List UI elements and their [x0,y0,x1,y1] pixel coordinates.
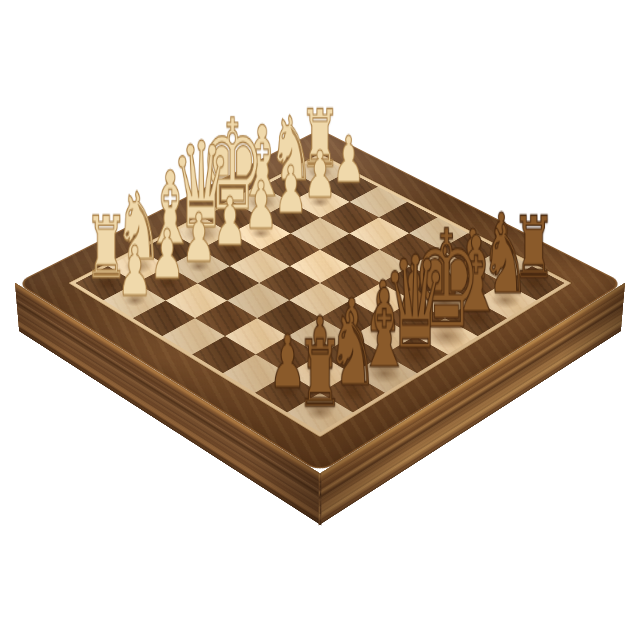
chess-box: ♜♟♞♟♝♟♚♟♛♟♝♟♟♞♜♟♟♜♞♟♟♝♟♚♟♛♟♝♟♞♟♜ [16,129,624,473]
board-top-face: ♜♟♞♟♝♟♚♟♛♟♝♟♟♞♜♟♟♜♞♟♟♝♟♚♟♛♟♝♟♞♟♜ [16,129,624,473]
white-pawn-a2[interactable]: ♟ [117,236,152,305]
black-rook-a8[interactable]: ♜ [297,328,344,420]
white-pawn-b2[interactable]: ♟ [150,220,184,288]
scene: ♜♟♞♟♝♟♚♟♛♟♝♟♟♞♜♟♟♜♞♟♟♝♟♚♟♛♟♝♟♞♟♜ [0,0,640,640]
product-photo: ♜♟♞♟♝♟♚♟♛♟♝♟♟♞♜♟♟♜♞♟♟♝♟♚♟♛♟♝♟♞♟♜ [0,0,640,640]
